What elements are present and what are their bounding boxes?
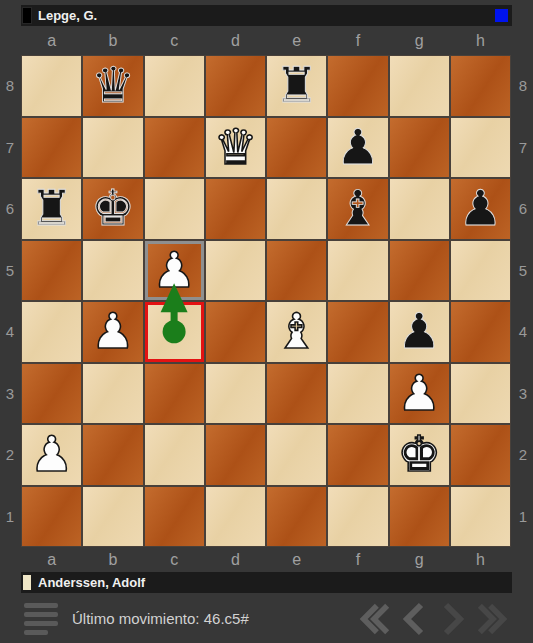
square-c1[interactable] bbox=[145, 487, 204, 547]
piece-black-pawn: ♟ bbox=[397, 307, 441, 356]
file-label: c bbox=[144, 28, 205, 54]
square-c5[interactable]: ♟ bbox=[145, 241, 204, 301]
rank-label: 7 bbox=[0, 117, 20, 179]
square-b6[interactable]: ♚ bbox=[83, 179, 142, 239]
file-label: e bbox=[266, 28, 327, 54]
square-e8[interactable]: ♜ bbox=[267, 56, 326, 116]
file-label: b bbox=[82, 547, 143, 573]
double-chevron-left-icon bbox=[358, 601, 390, 637]
nav-last-button[interactable] bbox=[477, 601, 509, 637]
square-f8[interactable] bbox=[328, 56, 387, 116]
piece-black-rook: ♜ bbox=[275, 61, 319, 110]
piece-white-king: ♚ bbox=[397, 430, 441, 479]
square-h2[interactable] bbox=[451, 425, 510, 485]
player-bar-white: Anderssen, Adolf bbox=[21, 572, 512, 593]
square-c7[interactable] bbox=[145, 118, 204, 178]
square-h8[interactable] bbox=[451, 56, 510, 116]
square-a3[interactable] bbox=[22, 364, 81, 424]
double-chevron-right-icon bbox=[477, 601, 509, 637]
rank-label: 8 bbox=[513, 55, 533, 117]
piece-white-pawn: ♟ bbox=[152, 246, 196, 295]
square-d4[interactable] bbox=[206, 302, 265, 362]
chevron-right-icon bbox=[440, 601, 464, 637]
square-g4[interactable]: ♟ bbox=[390, 302, 449, 362]
nav-next-button[interactable] bbox=[440, 601, 464, 637]
square-d8[interactable] bbox=[206, 56, 265, 116]
rank-label: 5 bbox=[513, 240, 533, 302]
square-b2[interactable] bbox=[83, 425, 142, 485]
menu-bar bbox=[24, 630, 48, 635]
file-label: d bbox=[205, 547, 266, 573]
square-g6[interactable] bbox=[390, 179, 449, 239]
square-g1[interactable] bbox=[390, 487, 449, 547]
rank-label: 7 bbox=[513, 117, 533, 179]
bottom-toolbar: Último movimiento: 46.c5# bbox=[0, 594, 533, 643]
menu-icon[interactable] bbox=[24, 603, 58, 635]
file-label: g bbox=[389, 547, 450, 573]
file-label: f bbox=[327, 28, 388, 54]
square-e7[interactable] bbox=[267, 118, 326, 178]
piece-black-bishop: ♝ bbox=[336, 184, 380, 233]
rank-label: 1 bbox=[513, 486, 533, 548]
square-d7[interactable]: ♛ bbox=[206, 118, 265, 178]
square-b7[interactable] bbox=[83, 118, 142, 178]
file-label: a bbox=[21, 547, 82, 573]
piece-black-rook: ♜ bbox=[30, 184, 74, 233]
white-color-indicator bbox=[23, 575, 31, 590]
square-f4[interactable] bbox=[328, 302, 387, 362]
move-navigation bbox=[358, 601, 509, 637]
file-label: c bbox=[144, 547, 205, 573]
square-e5[interactable] bbox=[267, 241, 326, 301]
file-label: e bbox=[266, 547, 327, 573]
piece-white-queen: ♛ bbox=[213, 123, 257, 172]
square-d5[interactable] bbox=[206, 241, 265, 301]
chess-board: ♛♜♛♟♜♚♝♟♟♟♝♟♟♟♚ bbox=[21, 55, 511, 547]
square-b8[interactable]: ♛ bbox=[83, 56, 142, 116]
square-c6[interactable] bbox=[145, 179, 204, 239]
square-g2[interactable]: ♚ bbox=[390, 425, 449, 485]
rank-label: 1 bbox=[0, 486, 20, 548]
square-a8[interactable] bbox=[22, 56, 81, 116]
file-label: b bbox=[82, 28, 143, 54]
square-e2[interactable] bbox=[267, 425, 326, 485]
rank-label: 3 bbox=[513, 363, 533, 425]
chevron-left-icon bbox=[403, 601, 427, 637]
rank-labels-left: 87654321 bbox=[0, 55, 20, 547]
file-label: g bbox=[389, 28, 450, 54]
square-g5[interactable] bbox=[390, 241, 449, 301]
square-f6[interactable]: ♝ bbox=[328, 179, 387, 239]
square-f5[interactable] bbox=[328, 241, 387, 301]
black-player-name: Lepge, G. bbox=[38, 8, 97, 23]
square-a6[interactable]: ♜ bbox=[22, 179, 81, 239]
square-b4[interactable]: ♟ bbox=[83, 302, 142, 362]
square-h5[interactable] bbox=[451, 241, 510, 301]
file-labels-top: abcdefgh bbox=[21, 28, 511, 54]
square-d6[interactable] bbox=[206, 179, 265, 239]
chess-app-window: Lepge, G. abcdefgh 87654321 87654321 abc… bbox=[0, 0, 533, 643]
square-h4[interactable] bbox=[451, 302, 510, 362]
square-g7[interactable] bbox=[390, 118, 449, 178]
blue-status-indicator bbox=[495, 9, 508, 22]
piece-black-pawn: ♟ bbox=[458, 184, 502, 233]
rank-label: 2 bbox=[0, 424, 20, 486]
square-b1[interactable] bbox=[83, 487, 142, 547]
square-c2[interactable] bbox=[145, 425, 204, 485]
rank-label: 8 bbox=[0, 55, 20, 117]
square-h1[interactable] bbox=[451, 487, 510, 547]
square-g8[interactable] bbox=[390, 56, 449, 116]
black-color-indicator bbox=[23, 8, 31, 23]
rank-label: 4 bbox=[0, 301, 20, 363]
piece-black-pawn: ♟ bbox=[336, 123, 380, 172]
square-b3[interactable] bbox=[83, 364, 142, 424]
square-e4[interactable]: ♝ bbox=[267, 302, 326, 362]
menu-bar bbox=[24, 621, 58, 626]
rank-label: 2 bbox=[513, 424, 533, 486]
piece-white-pawn: ♟ bbox=[30, 430, 74, 479]
file-label: a bbox=[21, 28, 82, 54]
file-label: f bbox=[327, 547, 388, 573]
rank-label: 6 bbox=[513, 178, 533, 240]
square-h6[interactable]: ♟ bbox=[451, 179, 510, 239]
piece-black-queen: ♛ bbox=[91, 61, 135, 110]
white-player-name: Anderssen, Adolf bbox=[38, 575, 145, 590]
rank-label: 5 bbox=[0, 240, 20, 302]
square-e1[interactable] bbox=[267, 487, 326, 547]
piece-white-pawn: ♟ bbox=[397, 369, 441, 418]
piece-black-king: ♚ bbox=[91, 184, 135, 233]
rank-label: 6 bbox=[0, 178, 20, 240]
square-f1[interactable] bbox=[328, 487, 387, 547]
square-d2[interactable] bbox=[206, 425, 265, 485]
nav-first-button[interactable] bbox=[358, 601, 390, 637]
file-label: h bbox=[450, 547, 511, 573]
piece-white-bishop: ♝ bbox=[275, 307, 319, 356]
square-f7[interactable]: ♟ bbox=[328, 118, 387, 178]
player-bar-black: Lepge, G. bbox=[21, 5, 512, 26]
rank-label: 3 bbox=[0, 363, 20, 425]
square-a7[interactable] bbox=[22, 118, 81, 178]
piece-white-pawn: ♟ bbox=[91, 307, 135, 356]
square-f2[interactable] bbox=[328, 425, 387, 485]
square-d1[interactable] bbox=[206, 487, 265, 547]
square-a1[interactable] bbox=[22, 487, 81, 547]
menu-bar bbox=[24, 603, 58, 608]
square-a2[interactable]: ♟ bbox=[22, 425, 81, 485]
file-labels-bottom: abcdefgh bbox=[21, 547, 511, 573]
square-c4[interactable] bbox=[145, 302, 204, 362]
rank-label: 4 bbox=[513, 301, 533, 363]
square-g3[interactable]: ♟ bbox=[390, 364, 449, 424]
nav-previous-button[interactable] bbox=[403, 601, 427, 637]
square-h3[interactable] bbox=[451, 364, 510, 424]
square-f3[interactable] bbox=[328, 364, 387, 424]
square-c8[interactable] bbox=[145, 56, 204, 116]
square-a4[interactable] bbox=[22, 302, 81, 362]
file-label: h bbox=[450, 28, 511, 54]
menu-bar bbox=[24, 612, 58, 617]
square-h7[interactable] bbox=[451, 118, 510, 178]
file-label: d bbox=[205, 28, 266, 54]
square-a5[interactable] bbox=[22, 241, 81, 301]
square-b5[interactable] bbox=[83, 241, 142, 301]
square-e3[interactable] bbox=[267, 364, 326, 424]
square-d3[interactable] bbox=[206, 364, 265, 424]
square-e6[interactable] bbox=[267, 179, 326, 239]
last-move-status: Último movimiento: 46.c5# bbox=[72, 610, 249, 627]
square-c3[interactable] bbox=[145, 364, 204, 424]
rank-labels-right: 87654321 bbox=[513, 55, 533, 547]
